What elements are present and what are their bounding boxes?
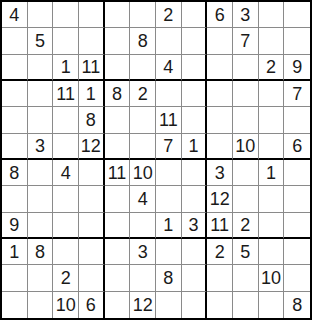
cell-r2c2-given: 5 [28,28,54,54]
cell-r4c6-given: 2 [130,81,156,107]
cell-r1c5-empty[interactable] [105,2,131,28]
cell-r2c8-empty[interactable] [182,28,208,54]
cell-r8c1-empty[interactable] [2,186,28,212]
cell-r6c8-given: 1 [182,134,208,160]
cell-r6c6-empty[interactable] [130,134,156,160]
cell-r1c9-given: 6 [207,2,233,28]
cell-r9c1-given: 9 [2,213,28,239]
cell-r12c4-given: 6 [79,292,105,318]
cell-r11c9-empty[interactable] [207,265,233,291]
cell-r10c5-empty[interactable] [105,239,131,265]
cell-r12c12-given: 8 [284,292,310,318]
cell-r11c11-given: 10 [259,265,285,291]
cell-r9c6-empty[interactable] [130,213,156,239]
cell-r3c3-given: 1 [53,55,79,81]
cell-r7c6-given: 10 [130,160,156,186]
cell-r11c5-empty[interactable] [105,265,131,291]
cell-r12c11-empty[interactable] [259,292,285,318]
cell-r1c3-empty[interactable] [53,2,79,28]
cell-r8c9-given: 12 [207,186,233,212]
cell-r8c2-empty[interactable] [28,186,54,212]
cell-r3c10-empty[interactable] [233,55,259,81]
cell-r11c10-empty[interactable] [233,265,259,291]
cell-r12c1-empty[interactable] [2,292,28,318]
cell-r10c10-given: 5 [233,239,259,265]
cell-r5c1-empty[interactable] [2,107,28,133]
cell-r9c7-given: 1 [156,213,182,239]
cell-r7c12-empty[interactable] [284,160,310,186]
cell-r4c12-given: 7 [284,81,310,107]
cell-r6c12-given: 6 [284,134,310,160]
cell-r4c8-empty[interactable] [182,81,208,107]
cell-r8c10-empty[interactable] [233,186,259,212]
cell-r8c5-empty[interactable] [105,186,131,212]
cell-r8c6-given: 4 [130,186,156,212]
cell-r6c4-given: 12 [79,134,105,160]
cell-r12c2-empty[interactable] [28,292,54,318]
cell-r10c12-empty[interactable] [284,239,310,265]
cell-r2c4-empty[interactable] [79,28,105,54]
cell-r9c8-given: 3 [182,213,208,239]
cell-r7c8-empty[interactable] [182,160,208,186]
cell-r11c7-given: 8 [156,265,182,291]
cell-r9c10-given: 2 [233,213,259,239]
cell-r4c4-given: 1 [79,81,105,107]
cell-r12c9-empty[interactable] [207,292,233,318]
cell-r4c1-empty[interactable] [2,81,28,107]
cell-r5c10-empty[interactable] [233,107,259,133]
cell-r9c2-empty[interactable] [28,213,54,239]
cell-r9c3-empty[interactable] [53,213,79,239]
cell-r7c11-given: 1 [259,160,285,186]
cell-r11c2-empty[interactable] [28,265,54,291]
cell-r10c8-empty[interactable] [182,239,208,265]
cell-r12c10-empty[interactable] [233,292,259,318]
cell-r5c5-empty[interactable] [105,107,131,133]
cell-r7c5-given: 11 [105,160,131,186]
cell-r3c2-empty[interactable] [28,55,54,81]
cell-r4c10-empty[interactable] [233,81,259,107]
cell-r10c4-empty[interactable] [79,239,105,265]
cell-r11c3-given: 2 [53,265,79,291]
cell-r6c2-given: 3 [28,134,54,160]
cell-r10c3-empty[interactable] [53,239,79,265]
cell-r4c2-empty[interactable] [28,81,54,107]
cell-r3c9-empty[interactable] [207,55,233,81]
cell-r8c8-empty[interactable] [182,186,208,212]
cell-r2c9-empty[interactable] [207,28,233,54]
cell-r5c9-empty[interactable] [207,107,233,133]
cell-r12c8-empty[interactable] [182,292,208,318]
cell-r2c7-empty[interactable] [156,28,182,54]
cell-r8c7-empty[interactable] [156,186,182,212]
cell-r10c9-given: 2 [207,239,233,265]
cell-r7c4-empty[interactable] [79,160,105,186]
cell-r10c1-given: 1 [2,239,28,265]
cell-r7c7-empty[interactable] [156,160,182,186]
cell-r2c3-empty[interactable] [53,28,79,54]
cell-r6c1-empty[interactable] [2,134,28,160]
cell-r5c8-empty[interactable] [182,107,208,133]
sudoku-board: 4263587111429111827811312711068411103141… [0,0,312,320]
cell-r7c3-given: 4 [53,160,79,186]
cell-r3c1-empty[interactable] [2,55,28,81]
cell-r12c6-given: 12 [130,292,156,318]
cell-r7c10-empty[interactable] [233,160,259,186]
cell-r7c9-given: 3 [207,160,233,186]
cell-r1c8-empty[interactable] [182,2,208,28]
cell-r2c1-empty[interactable] [2,28,28,54]
cell-r1c11-empty[interactable] [259,2,285,28]
cell-r9c9-given: 11 [207,213,233,239]
cell-r2c6-given: 8 [130,28,156,54]
cell-r9c11-empty[interactable] [259,213,285,239]
cell-r8c4-empty[interactable] [79,186,105,212]
cell-r9c12-empty[interactable] [284,213,310,239]
cell-r12c5-empty[interactable] [105,292,131,318]
cell-r1c7-given: 2 [156,2,182,28]
cell-r4c5-given: 8 [105,81,131,107]
cell-r5c4-given: 8 [79,107,105,133]
cell-r5c11-empty[interactable] [259,107,285,133]
cell-r4c3-given: 11 [53,81,79,107]
cell-r8c3-empty[interactable] [53,186,79,212]
cell-r11c6-empty[interactable] [130,265,156,291]
cell-r12c3-given: 10 [53,292,79,318]
cell-r4c7-empty[interactable] [156,81,182,107]
cell-r3c12-given: 9 [284,55,310,81]
cell-r3c7-given: 4 [156,55,182,81]
cell-r9c4-empty[interactable] [79,213,105,239]
cell-r9c5-empty[interactable] [105,213,131,239]
cell-r2c5-empty[interactable] [105,28,131,54]
cell-r1c2-empty[interactable] [28,2,54,28]
cell-r7c2-empty[interactable] [28,160,54,186]
cell-r2c11-empty[interactable] [259,28,285,54]
cell-r5c3-empty[interactable] [53,107,79,133]
cell-r3c4-given: 11 [79,55,105,81]
cell-r7c1-given: 8 [2,160,28,186]
cell-r6c9-empty[interactable] [207,134,233,160]
cell-r3c5-empty[interactable] [105,55,131,81]
cell-r6c10-given: 10 [233,134,259,160]
cell-r6c5-empty[interactable] [105,134,131,160]
cell-r10c11-empty[interactable] [259,239,285,265]
cell-r11c8-empty[interactable] [182,265,208,291]
cell-r2c10-given: 7 [233,28,259,54]
cell-r8c12-empty[interactable] [284,186,310,212]
cell-r5c12-empty[interactable] [284,107,310,133]
cell-r3c8-empty[interactable] [182,55,208,81]
cell-r11c4-empty[interactable] [79,265,105,291]
cell-r3c11-given: 2 [259,55,285,81]
cell-r1c12-empty[interactable] [284,2,310,28]
cell-r11c1-empty[interactable] [2,265,28,291]
cell-r1c1-given: 4 [2,2,28,28]
cell-r1c6-empty[interactable] [130,2,156,28]
cell-r4c9-empty[interactable] [207,81,233,107]
cell-r6c11-empty[interactable] [259,134,285,160]
cell-r8c11-empty[interactable] [259,186,285,212]
cell-r12c7-empty[interactable] [156,292,182,318]
cell-r5c6-empty[interactable] [130,107,156,133]
cell-r4c11-empty[interactable] [259,81,285,107]
cell-r1c10-given: 3 [233,2,259,28]
cell-r5c7-given: 11 [156,107,182,133]
cell-r11c12-empty[interactable] [284,265,310,291]
cell-r10c7-empty[interactable] [156,239,182,265]
cell-r10c2-given: 8 [28,239,54,265]
cell-r6c7-given: 7 [156,134,182,160]
cell-r1c4-empty[interactable] [79,2,105,28]
cell-r3c6-empty[interactable] [130,55,156,81]
cell-r10c6-given: 3 [130,239,156,265]
cell-r5c2-empty[interactable] [28,107,54,133]
cell-r2c12-empty[interactable] [284,28,310,54]
cell-r6c3-empty[interactable] [53,134,79,160]
